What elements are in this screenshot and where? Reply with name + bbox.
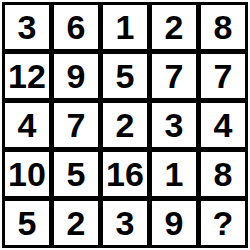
- grid-cell-r4c5: 8: [201, 152, 245, 196]
- grid-cell-r3c3: 2: [103, 103, 147, 147]
- grid-cell-r5c5-question-mark: ?: [201, 201, 245, 245]
- grid-cell-r2c4: 7: [152, 54, 196, 98]
- grid-cell-r1c3: 1: [103, 5, 147, 49]
- grid-cell-r2c3: 5: [103, 54, 147, 98]
- grid-cell-r2c1: 12: [5, 54, 49, 98]
- grid-cell-r1c4: 2: [152, 5, 196, 49]
- grid-cell-r5c1: 5: [5, 201, 49, 245]
- grid-cell-r4c4: 1: [152, 152, 196, 196]
- grid-cell-r5c2: 2: [54, 201, 98, 245]
- grid-cell-r4c2: 5: [54, 152, 98, 196]
- grid-cell-r5c3: 3: [103, 201, 147, 245]
- grid-cell-r5c4: 9: [152, 201, 196, 245]
- grid-cell-r3c5: 4: [201, 103, 245, 147]
- grid-cell-r4c3: 16: [103, 152, 147, 196]
- grid-cell-r1c2: 6: [54, 5, 98, 49]
- grid-cell-r4c1: 10: [5, 152, 49, 196]
- grid-cell-r2c5: 7: [201, 54, 245, 98]
- grid-cell-r1c1: 3: [5, 5, 49, 49]
- grid-cell-r3c1: 4: [5, 103, 49, 147]
- puzzle-board: 3 6 1 2 8 12 9 5 7 7 4 7 2 3 4 10 5 16 1…: [0, 0, 250, 250]
- puzzle-grid: 3 6 1 2 8 12 9 5 7 7 4 7 2 3 4 10 5 16 1…: [2, 2, 248, 248]
- grid-cell-r2c2: 9: [54, 54, 98, 98]
- grid-cell-r3c4: 3: [152, 103, 196, 147]
- grid-cell-r3c2: 7: [54, 103, 98, 147]
- grid-cell-r1c5: 8: [201, 5, 245, 49]
